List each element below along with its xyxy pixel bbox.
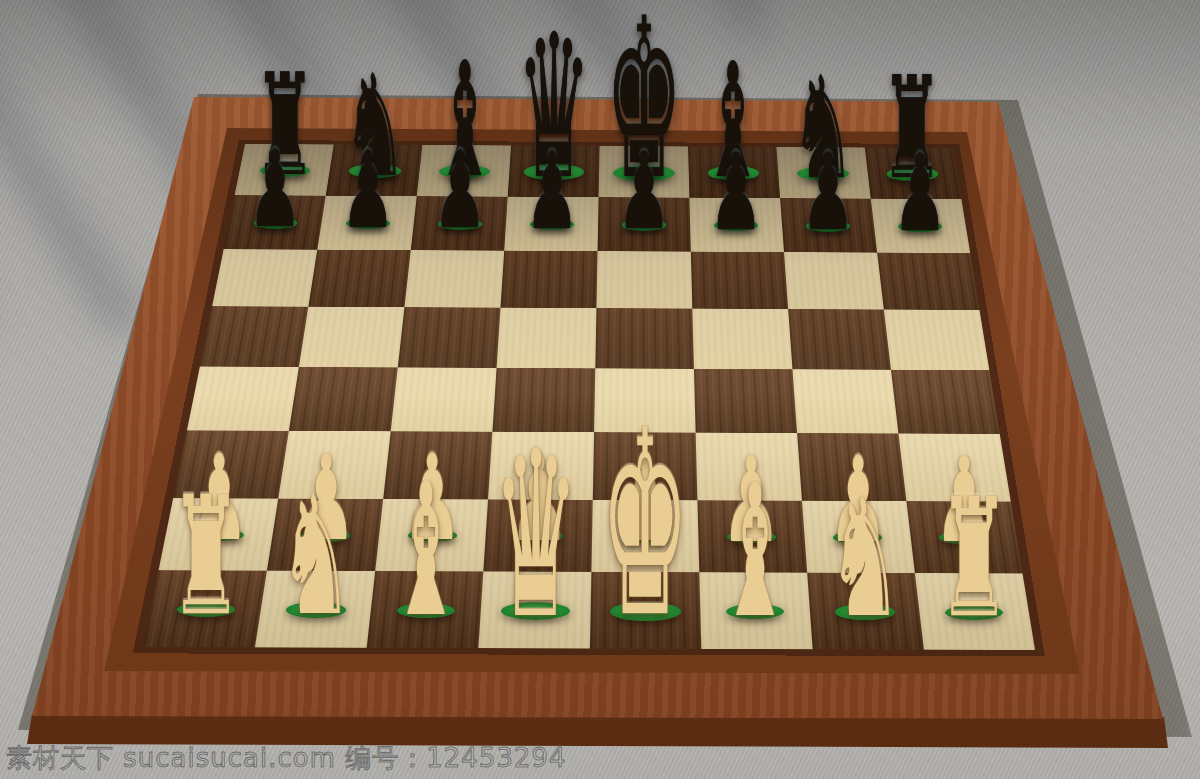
- square-h6[interactable]: [877, 253, 979, 310]
- square-c5[interactable]: [398, 307, 501, 368]
- square-g4[interactable]: [792, 369, 898, 433]
- square-h4[interactable]: [891, 370, 1000, 434]
- square-f6[interactable]: [691, 252, 788, 309]
- square-f5[interactable]: [692, 309, 792, 370]
- square-b6[interactable]: [308, 250, 410, 307]
- square-e5[interactable]: [595, 308, 694, 369]
- square-e6[interactable]: [596, 251, 692, 308]
- square-g5[interactable]: [788, 309, 891, 370]
- square-h5[interactable]: [884, 310, 989, 371]
- square-b4[interactable]: [289, 367, 398, 431]
- square-g6[interactable]: [784, 252, 884, 309]
- square-a5[interactable]: [200, 306, 308, 367]
- square-d6[interactable]: [500, 251, 597, 308]
- square-c6[interactable]: [404, 250, 504, 307]
- photo-stage: ♜♞♝♛♚♝♞♜♟♟♟♟♟♟♟♟♟♟♟♟♟♟♟♟♜♞♝♛♚♝♞♜ 素材天下 su…: [0, 0, 1200, 779]
- square-a4[interactable]: [187, 367, 299, 431]
- square-d5[interactable]: [497, 308, 597, 369]
- square-b5[interactable]: [299, 307, 405, 368]
- watermark-text: 素材天下 sucaisucai.com 编号：12453294: [6, 741, 567, 776]
- square-c4[interactable]: [391, 367, 497, 431]
- square-a6[interactable]: [212, 249, 317, 306]
- square-f4[interactable]: [694, 369, 797, 433]
